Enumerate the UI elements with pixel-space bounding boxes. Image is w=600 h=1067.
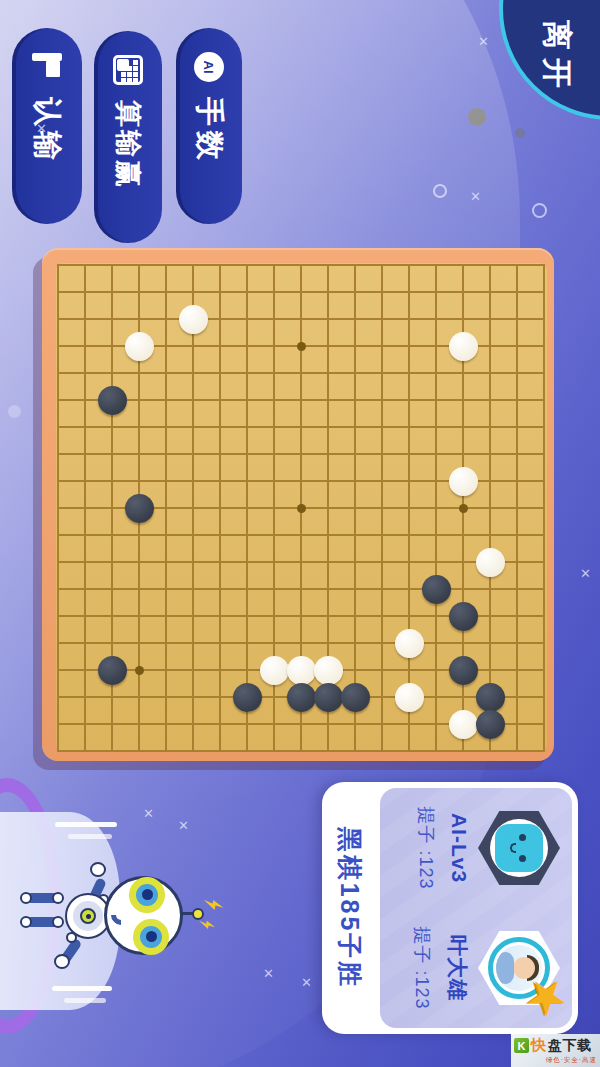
antenna-ball [192, 908, 204, 920]
star-point [135, 666, 144, 675]
sparkle-cross: ✕ [143, 806, 154, 821]
streak [64, 998, 106, 1003]
player-name: 叶大雄 [443, 935, 471, 1001]
ai-icon: AI [194, 52, 224, 82]
board-grid-icon [113, 55, 143, 85]
robot-joint [52, 916, 64, 928]
black-stone [422, 575, 451, 604]
app-screen: 认输 算输赢 AI 手数 离开 [0, 0, 600, 1067]
white-stone [179, 305, 208, 334]
white-stone [449, 710, 478, 739]
black-stone [449, 602, 478, 631]
grid-line [543, 264, 545, 752]
sparkle-cross: ✕ [580, 566, 591, 581]
white-stone [395, 683, 424, 712]
robot-joint [20, 892, 32, 904]
move-count-label: 手数 [189, 97, 229, 165]
board-field [56, 263, 547, 752]
white-stone [449, 467, 478, 496]
star-point [459, 504, 468, 513]
watermark-logo-icon: K [514, 1038, 529, 1053]
ai-avatar[interactable] [478, 807, 560, 889]
sparkle-cross: ✕ [263, 966, 274, 981]
ai-player-section: AI-Lv3 提子 :123 [380, 788, 572, 908]
grid-line [57, 750, 545, 752]
count-score-label: 算输赢 [110, 100, 146, 190]
grid-line [408, 264, 410, 752]
robot-joint [20, 916, 32, 928]
black-stone [314, 683, 343, 712]
count-score-button[interactable]: 算输赢 [94, 31, 162, 243]
go-letter-g [129, 877, 165, 913]
black-stone [233, 683, 262, 712]
robot-avatar-icon [490, 819, 548, 877]
watermark-brand-rest: 盘下载 [548, 1037, 592, 1055]
black-stone [341, 683, 370, 712]
black-stone [125, 494, 154, 523]
mascot-head [104, 876, 183, 955]
watermark-brand-first: 快 [531, 1036, 546, 1055]
black-stone [476, 683, 505, 712]
streak [68, 834, 112, 839]
white-stone [395, 629, 424, 658]
grid-line [57, 561, 545, 563]
grid-line [435, 264, 437, 752]
sparkle-ring [532, 203, 547, 218]
sparkle-cross: ✕ [301, 975, 312, 990]
sparkle-cross: ✕ [478, 34, 489, 49]
white-stone [287, 656, 316, 685]
black-stone [98, 386, 127, 415]
black-stone [449, 656, 478, 685]
site-watermark: K 快 盘下载 绿色·安全·高速 [511, 1034, 600, 1067]
grid-line [381, 264, 383, 752]
grid-line [57, 588, 545, 590]
grid-line [57, 534, 545, 536]
star-point [297, 504, 306, 513]
robot-joint [52, 892, 64, 904]
sparkle-ring [433, 184, 447, 198]
sparkle-cross: ✕ [470, 189, 481, 204]
grid-line [354, 264, 356, 752]
go-board[interactable] [42, 248, 554, 761]
white-stone [314, 656, 343, 685]
white-stone [260, 656, 289, 685]
star-point [297, 342, 306, 351]
robot-hand [54, 954, 70, 969]
game-result: 黑棋185子胜 [322, 782, 378, 1034]
grid-line [489, 264, 491, 752]
white-stone [476, 548, 505, 577]
streak [55, 822, 117, 827]
leave-label: 离开 [535, 12, 579, 104]
grid-line [516, 264, 518, 752]
score-panel: AI-Lv3 提子 :123 叶大雄 提子 :123 ★ 黑棋185子胜 [322, 782, 578, 1034]
resign-button[interactable]: 认输 [12, 28, 82, 224]
watermark-tagline: 绿色·安全·高速 [514, 1056, 597, 1065]
ai-name: AI-Lv3 [447, 813, 471, 883]
sparkle-dot [515, 128, 525, 138]
sparkle-dot [8, 405, 21, 418]
black-stone [98, 656, 127, 685]
go-letter-o [133, 919, 169, 955]
player-captures: 提子 :123 [410, 926, 434, 1009]
sparkle-cross: ✕ [178, 818, 189, 833]
black-stone [476, 710, 505, 739]
white-stone [125, 332, 154, 361]
sparkle-dot [468, 108, 486, 126]
white-stone [449, 332, 478, 361]
flag-icon [32, 52, 62, 82]
grid-line [57, 642, 545, 644]
resign-label: 认输 [27, 97, 67, 165]
sparkle-cross: ✕ [36, 121, 47, 136]
robot-hand [90, 862, 106, 877]
black-stone [287, 683, 316, 712]
board-grid [57, 264, 545, 752]
ai-captures: 提子 :123 [414, 806, 438, 889]
streak [52, 986, 112, 991]
move-count-button[interactable]: AI 手数 [176, 28, 242, 224]
